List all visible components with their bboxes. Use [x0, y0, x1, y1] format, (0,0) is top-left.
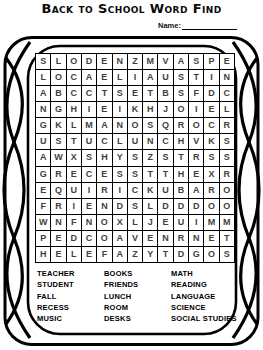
- grid-cell-r2c8[interactable]: A: [143, 70, 157, 85]
- grid-cell-r7c4[interactable]: S: [82, 150, 96, 165]
- grid-cell-r12c11[interactable]: N: [189, 231, 203, 246]
- grid-cell-r13c3[interactable]: L: [67, 247, 81, 262]
- grid-cell-r7c9[interactable]: S: [158, 150, 172, 165]
- grid-cell-r1c1[interactable]: S: [36, 54, 50, 69]
- grid-cell-r10c11[interactable]: D: [189, 199, 203, 214]
- grid-cell-r12c2[interactable]: E: [51, 231, 65, 246]
- grid-cell-r12c7[interactable]: V: [128, 231, 142, 246]
- grid-cell-r10c6[interactable]: D: [113, 199, 127, 214]
- grid-cell-r3c6[interactable]: S: [113, 86, 127, 101]
- grid-cell-r8c9[interactable]: T: [158, 167, 172, 182]
- grid-cell-r6c7[interactable]: U: [128, 134, 142, 149]
- grid-cell-r12c3[interactable]: D: [67, 231, 81, 246]
- grid-cell-r3c10[interactable]: S: [174, 86, 188, 101]
- grid-cell-r7c11[interactable]: R: [189, 150, 203, 165]
- grid-cell-r2c11[interactable]: T: [189, 70, 203, 85]
- grid-cell-r12c10[interactable]: R: [174, 231, 188, 246]
- grid-cell-r12c5[interactable]: O: [97, 231, 111, 246]
- grid-cell-r5c12[interactable]: C: [204, 118, 218, 133]
- grid-cell-r8c5[interactable]: E: [97, 167, 111, 182]
- grid-cell-r12c13[interactable]: T: [220, 231, 234, 246]
- grid-cell-r7c6[interactable]: Y: [113, 150, 127, 165]
- grid-cell-r1c9[interactable]: V: [158, 54, 172, 69]
- grid-cell-r11c5[interactable]: O: [97, 215, 111, 230]
- grid-cell-r5c6[interactable]: N: [113, 118, 127, 133]
- grid-cell-r11c3[interactable]: F: [67, 215, 81, 230]
- grid-cell-r12c9[interactable]: N: [158, 231, 172, 246]
- grid-cell-r1c12[interactable]: P: [204, 54, 218, 69]
- frame-left-braid-arc: [7, 42, 30, 338]
- grid-cell-r1c5[interactable]: E: [97, 54, 111, 69]
- grid-cell-r6c2[interactable]: S: [51, 134, 65, 149]
- word-list-item-teacher: TEACHER: [37, 268, 104, 279]
- grid-cell-r6c1[interactable]: U: [36, 134, 50, 149]
- grid-cell-r7c8[interactable]: Z: [143, 150, 157, 165]
- word-list: TEACHERSTUDENTFALLRECESSMUSICBOOKSFRIEND…: [37, 268, 237, 324]
- grid-cell-r13c5[interactable]: F: [97, 247, 111, 262]
- grid-cell-r5c5[interactable]: A: [97, 118, 111, 133]
- grid-cell-r4c5[interactable]: E: [97, 102, 111, 117]
- grid-cell-r4c6[interactable]: I: [113, 102, 127, 117]
- grid-cell-r6c11[interactable]: V: [189, 134, 203, 149]
- grid-cell-r11c7[interactable]: L: [128, 215, 142, 230]
- grid-cell-r5c10[interactable]: R: [174, 118, 188, 133]
- grid-cell-r1c3[interactable]: O: [67, 54, 81, 69]
- grid-cell-r6c13[interactable]: S: [220, 134, 234, 149]
- grid-cell-r5c7[interactable]: O: [128, 118, 142, 133]
- grid-cell-r3c2[interactable]: B: [51, 86, 65, 101]
- grid-cell-r4c4[interactable]: I: [82, 102, 96, 117]
- grid-cell-r9c1[interactable]: E: [36, 183, 50, 198]
- grid-cell-r7c1[interactable]: A: [36, 150, 50, 165]
- grid-cell-r10c13[interactable]: O: [220, 199, 234, 214]
- grid-cell-r13c1[interactable]: H: [36, 247, 50, 262]
- grid-cell-r6c10[interactable]: H: [174, 134, 188, 149]
- grid-cell-r8c13[interactable]: R: [220, 167, 234, 182]
- grid-cell-r6c6[interactable]: L: [113, 134, 127, 149]
- grid-cell-r4c7[interactable]: K: [128, 102, 142, 117]
- grid-cell-r3c12[interactable]: D: [204, 86, 218, 101]
- grid-cell-r5c8[interactable]: S: [143, 118, 157, 133]
- word-list-item-music: MUSIC: [37, 313, 104, 324]
- grid-cell-r3c13[interactable]: C: [220, 86, 234, 101]
- word-list-item-student: STUDENT: [37, 279, 104, 290]
- grid-cell-r5c2[interactable]: K: [51, 118, 65, 133]
- grid-cell-r8c1[interactable]: G: [36, 167, 50, 182]
- grid-cell-r1c7[interactable]: Z: [128, 54, 142, 69]
- grid-cell-r4c13[interactable]: L: [220, 102, 234, 117]
- grid-cell-r10c5[interactable]: N: [97, 199, 111, 214]
- grid-cell-r5c3[interactable]: L: [67, 118, 81, 133]
- grid-cell-r6c4[interactable]: U: [82, 134, 96, 149]
- grid-cell-r8c7[interactable]: S: [128, 167, 142, 182]
- grid-cell-r13c10[interactable]: D: [174, 247, 188, 262]
- grid-cell-r2c10[interactable]: S: [174, 70, 188, 85]
- grid-cell-r2c3[interactable]: C: [67, 70, 81, 85]
- grid-cell-r7c13[interactable]: S: [220, 150, 234, 165]
- grid-cell-r4c2[interactable]: G: [51, 102, 65, 117]
- grid-cell-r10c12[interactable]: O: [204, 199, 218, 214]
- grid-cell-r1c8[interactable]: M: [143, 54, 157, 69]
- grid-cell-r11c4[interactable]: N: [82, 215, 96, 230]
- grid-cell-r8c2[interactable]: R: [51, 167, 65, 182]
- grid-cell-r4c3[interactable]: H: [67, 102, 81, 117]
- grid-cell-r13c12[interactable]: O: [204, 247, 218, 262]
- grid-cell-r8c10[interactable]: H: [174, 167, 188, 182]
- grid-cell-r4c12[interactable]: E: [204, 102, 218, 117]
- grid-cell-r2c7[interactable]: I: [128, 70, 142, 85]
- grid-cell-r7c7[interactable]: S: [128, 150, 142, 165]
- grid-cell-r9c9[interactable]: U: [158, 183, 172, 198]
- grid-cell-r1c11[interactable]: S: [189, 54, 203, 69]
- grid-cell-r1c10[interactable]: A: [174, 54, 188, 69]
- grid-cell-r11c12[interactable]: M: [204, 215, 218, 230]
- grid-cell-r9c7[interactable]: C: [128, 183, 142, 198]
- grid-cell-r2c9[interactable]: U: [158, 70, 172, 85]
- grid-cell-r3c5[interactable]: T: [97, 86, 111, 101]
- word-list-item-social-studies: SOCIAL STUDIES: [171, 313, 237, 324]
- grid-cell-r1c2[interactable]: L: [51, 54, 65, 69]
- grid-cell-r7c5[interactable]: H: [97, 150, 111, 165]
- word-list-item-science: SCIENCE: [171, 302, 237, 313]
- grid-cell-r10c7[interactable]: S: [128, 199, 142, 214]
- grid-cell-r9c5[interactable]: R: [97, 183, 111, 198]
- word-list-item-math: MATH: [171, 268, 237, 279]
- grid-cell-r3c8[interactable]: T: [143, 86, 157, 101]
- grid-cell-r13c13[interactable]: S: [220, 247, 234, 262]
- grid-cell-r2c2[interactable]: O: [51, 70, 65, 85]
- grid-cell-r3c3[interactable]: C: [67, 86, 81, 101]
- grid-cell-r12c6[interactable]: A: [113, 231, 127, 246]
- word-list-item-friends: FRIENDS: [104, 279, 171, 290]
- grid-cell-r2c5[interactable]: E: [97, 70, 111, 85]
- grid-cell-r9c10[interactable]: B: [174, 183, 188, 198]
- grid-cell-r1c6[interactable]: N: [113, 54, 127, 69]
- grid-cell-r13c11[interactable]: G: [189, 247, 203, 262]
- grid-cell-r11c10[interactable]: U: [174, 215, 188, 230]
- grid-cell-r9c11[interactable]: A: [189, 183, 203, 198]
- word-list-item-fall: FALL: [37, 291, 104, 302]
- grid-cell-r9c2[interactable]: Q: [51, 183, 65, 198]
- grid-cell-r3c4[interactable]: C: [82, 86, 96, 101]
- grid-cell-r8c12[interactable]: X: [204, 167, 218, 182]
- grid-cell-r4c10[interactable]: O: [174, 102, 188, 117]
- grid-cell-r12c12[interactable]: E: [204, 231, 218, 246]
- grid-cell-r8c8[interactable]: T: [143, 167, 157, 182]
- word-list-item-reading: READING: [171, 279, 237, 290]
- word-list-item-recess: RECESS: [37, 302, 104, 313]
- grid-cell-r4c1[interactable]: N: [36, 102, 50, 117]
- word-list-item-books: BOOKS: [104, 268, 171, 279]
- grid-cell-r3c7[interactable]: E: [128, 86, 142, 101]
- grid-cell-r3c1[interactable]: A: [36, 86, 50, 101]
- grid-cell-r9c3[interactable]: U: [67, 183, 81, 198]
- grid-cell-r9c6[interactable]: I: [113, 183, 127, 198]
- grid-cell-r13c6[interactable]: A: [113, 247, 127, 262]
- grid-cell-r13c9[interactable]: T: [158, 247, 172, 262]
- grid-cell-r10c2[interactable]: R: [51, 199, 65, 214]
- grid-cell-r11c2[interactable]: N: [51, 215, 65, 230]
- grid-cell-r6c9[interactable]: C: [158, 134, 172, 149]
- grid-cell-r8c11[interactable]: E: [189, 167, 203, 182]
- grid-cell-r5c11[interactable]: O: [189, 118, 203, 133]
- grid-cell-r2c12[interactable]: I: [204, 70, 218, 85]
- grid-cell-r5c1[interactable]: G: [36, 118, 50, 133]
- grid-cell-r6c8[interactable]: N: [143, 134, 157, 149]
- grid-cell-r5c9[interactable]: Q: [158, 118, 172, 133]
- grid-cell-r10c8[interactable]: L: [143, 199, 157, 214]
- grid-cell-r11c13[interactable]: M: [220, 215, 234, 230]
- grid-cell-r7c2[interactable]: W: [51, 150, 65, 165]
- word-list-item-lunch: LUNCH: [104, 291, 171, 302]
- grid-cell-r9c8[interactable]: K: [143, 183, 157, 198]
- word-list-item-room: ROOM: [104, 302, 171, 313]
- grid-cell-r13c8[interactable]: Y: [143, 247, 157, 262]
- grid-cell-r13c2[interactable]: E: [51, 247, 65, 262]
- grid-cell-r10c3[interactable]: I: [67, 199, 81, 214]
- grid-cell-r2c6[interactable]: L: [113, 70, 127, 85]
- word-list-column-3: MATHREADINGLANGUAGESCIENCESOCIAL STUDIES: [171, 268, 237, 324]
- grid-cell-r12c8[interactable]: E: [143, 231, 157, 246]
- grid-cell-r4c8[interactable]: H: [143, 102, 157, 117]
- worksheet-page: Back to School Word Find Name: SLODENZMV…: [0, 0, 263, 350]
- grid-cell-r7c12[interactable]: S: [204, 150, 218, 165]
- grid-cell-r8c4[interactable]: C: [82, 167, 96, 182]
- grid-cell-r3c11[interactable]: F: [189, 86, 203, 101]
- grid-cell-r8c3[interactable]: E: [67, 167, 81, 182]
- grid-cell-r11c11[interactable]: I: [189, 215, 203, 230]
- grid-cell-r9c12[interactable]: R: [204, 183, 218, 198]
- grid-cell-r5c13[interactable]: R: [220, 118, 234, 133]
- grid-cell-r10c10[interactable]: D: [174, 199, 188, 214]
- grid-cell-r7c3[interactable]: X: [67, 150, 81, 165]
- grid-cell-r6c5[interactable]: C: [97, 134, 111, 149]
- grid-cell-r6c12[interactable]: K: [204, 134, 218, 149]
- grid-cell-r1c13[interactable]: E: [220, 54, 234, 69]
- grid-cell-r10c1[interactable]: F: [36, 199, 50, 214]
- word-list-column-2: BOOKSFRIENDSLUNCHROOMDESKS: [104, 268, 171, 324]
- grid-cell-r8c6[interactable]: S: [113, 167, 127, 182]
- grid-cell-r6c3[interactable]: T: [67, 134, 81, 149]
- word-list-column-1: TEACHERSTUDENTFALLRECESSMUSIC: [37, 268, 104, 324]
- grid-cell-r3c9[interactable]: B: [158, 86, 172, 101]
- grid-cell-r9c4[interactable]: I: [82, 183, 96, 198]
- grid-cell-r12c1[interactable]: P: [36, 231, 50, 246]
- word-search-grid: SLODENZMVASPELOCAELIAUSTINABCCTSETBSFDCN…: [35, 53, 235, 263]
- grid-cell-r9c13[interactable]: O: [220, 183, 234, 198]
- grid-cell-r2c1[interactable]: L: [36, 70, 50, 85]
- grid-cell-r11c6[interactable]: X: [113, 215, 127, 230]
- word-list-item-language: LANGUAGE: [171, 291, 237, 302]
- grid-cell-r5c4[interactable]: M: [82, 118, 96, 133]
- grid-cell-r11c9[interactable]: E: [158, 215, 172, 230]
- grid-cell-r10c9[interactable]: D: [158, 199, 172, 214]
- grid-cell-r13c7[interactable]: Z: [128, 247, 142, 262]
- grid-cell-r7c10[interactable]: T: [174, 150, 188, 165]
- grid-cell-r4c9[interactable]: J: [158, 102, 172, 117]
- grid-cell-r12c4[interactable]: C: [82, 231, 96, 246]
- grid-cell-r13c4[interactable]: E: [82, 247, 96, 262]
- grid-cell-r1c4[interactable]: D: [82, 54, 96, 69]
- grid-cell-r2c13[interactable]: N: [220, 70, 234, 85]
- word-list-item-desks: DESKS: [104, 313, 171, 324]
- grid-cell-r11c8[interactable]: J: [143, 215, 157, 230]
- grid-cell-r11c1[interactable]: W: [36, 215, 50, 230]
- grid-cell-r10c4[interactable]: E: [82, 199, 96, 214]
- grid-cell-r2c4[interactable]: A: [82, 70, 96, 85]
- grid-cell-r4c11[interactable]: I: [189, 102, 203, 117]
